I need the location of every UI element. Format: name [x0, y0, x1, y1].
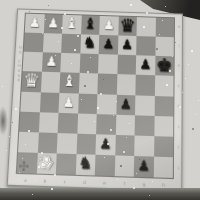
- bP-piece: ♟: [99, 34, 118, 54]
- sq-g7: [136, 36, 155, 56]
- sq-a7: [24, 33, 44, 53]
- sq-h7: [155, 37, 174, 57]
- wP-piece: ♟: [41, 51, 61, 71]
- sq-d4: [78, 93, 98, 114]
- file-label: a: [15, 177, 35, 184]
- sq-c7: [61, 34, 80, 54]
- sq-b2: [37, 132, 57, 153]
- wQ-piece: ♛: [22, 70, 42, 90]
- wP-piece: ♟: [99, 14, 118, 34]
- rank-label: 4: [175, 96, 181, 117]
- bP-piece: ♟: [117, 34, 136, 54]
- sq-e2: ♟: [95, 134, 115, 155]
- sq-c4: ♟: [59, 92, 79, 113]
- sq-b1: ♚: [36, 153, 56, 174]
- bN-piece: ♞: [75, 152, 95, 173]
- rank-label: 7: [176, 37, 182, 57]
- sq-f2: [115, 135, 135, 156]
- sq-f1: [114, 155, 134, 176]
- sq-h1: [153, 156, 173, 178]
- bQ-piece: ♛: [118, 15, 137, 35]
- sq-h4: [154, 95, 173, 116]
- wB-piece: ♝: [62, 13, 81, 33]
- sq-a6: [23, 52, 43, 72]
- sq-h2: [154, 136, 174, 157]
- sq-f5: [116, 74, 135, 94]
- sq-c3: [58, 112, 78, 133]
- sq-a2: [18, 132, 38, 153]
- sq-b5: [40, 72, 60, 92]
- sq-g5: [135, 75, 154, 95]
- board-grid: ♟♟♝♝♟♛♞♟♟♟♟♚♛♝♟♟♟♚♞♟: [16, 13, 175, 180]
- bN-piece: ♞: [80, 33, 99, 53]
- sq-h5: [154, 76, 173, 96]
- board-vinyl-border: US CHESS ♟♟♝♝♟♛♞♟♟♟♟♚♛♝♟♟♟♚♞♟ abcdefgh 8…: [7, 8, 183, 191]
- sq-d2: [76, 133, 96, 154]
- sq-b6: ♟: [41, 53, 61, 73]
- table-smudge: [0, 106, 8, 136]
- wB-piece: ♝: [59, 71, 79, 91]
- bP-piece: ♟: [134, 154, 154, 175]
- sq-g3: [135, 115, 155, 136]
- sq-c2: [57, 133, 77, 154]
- sq-e3: [96, 114, 116, 135]
- bP-piece: ♟: [116, 93, 136, 114]
- file-label: c: [55, 179, 75, 186]
- sq-e7: ♟: [99, 35, 118, 55]
- rank-label: 6: [176, 56, 182, 76]
- sq-g2: [134, 135, 154, 156]
- sq-c8: ♝: [62, 15, 81, 35]
- sq-a3: [19, 111, 39, 132]
- sq-g6: ♟: [136, 55, 155, 75]
- bP-piece: ♟: [136, 54, 155, 74]
- sq-h8: [155, 18, 174, 38]
- sq-d1: ♞: [75, 154, 95, 175]
- sq-h6: ♚: [155, 56, 174, 76]
- sq-g1: ♟: [134, 156, 154, 178]
- sq-c6: [60, 53, 80, 73]
- chess-board: US CHESS ♟♟♝♝♟♛♞♟♟♟♟♚♛♝♟♟♟♚♞♟ abcdefgh 8…: [7, 8, 183, 191]
- sq-f8: ♛: [118, 17, 137, 37]
- dark-table-edge: [0, 188, 200, 200]
- sq-c5: ♝: [59, 73, 79, 93]
- file-label: b: [35, 178, 55, 185]
- sq-b4: [39, 92, 59, 113]
- sq-a8: ♟: [25, 14, 45, 34]
- rank-label: 1: [175, 158, 181, 179]
- wP-piece: ♟: [43, 13, 62, 33]
- wP-piece: ♟: [59, 91, 79, 112]
- sq-f7: ♟: [117, 36, 136, 56]
- sq-g4: [135, 95, 154, 116]
- sq-e8: ♟: [99, 16, 118, 36]
- sq-a4: [20, 91, 40, 112]
- sq-e1: [95, 155, 115, 176]
- bK-piece: ♚: [155, 55, 174, 75]
- bP-piece: ♟: [95, 132, 115, 153]
- sq-g8: [137, 17, 156, 37]
- sq-d8: ♝: [81, 15, 100, 35]
- sq-d7: ♞: [80, 34, 99, 54]
- file-label: e: [94, 180, 114, 187]
- sq-f4: ♟: [116, 94, 136, 115]
- sq-d3: [77, 113, 97, 134]
- sq-e5: [97, 74, 117, 94]
- rank-label: 3: [175, 116, 181, 137]
- bB-piece: ♝: [81, 14, 100, 34]
- board-logo-icon: ✣: [18, 160, 29, 173]
- file-label: f: [114, 180, 134, 187]
- file-label: d: [75, 179, 95, 186]
- sq-b3: [38, 112, 58, 133]
- sq-f3: [115, 114, 135, 135]
- photo-background: US CHESS ♟♟♝♝♟♛♞♟♟♟♟♚♛♝♟♟♟♚♞♟ abcdefgh 8…: [0, 0, 200, 200]
- sq-h3: [154, 116, 173, 137]
- rank-labels: 87654321: [175, 17, 182, 179]
- sq-d6: [79, 54, 98, 74]
- sq-f6: [117, 55, 136, 75]
- wP-piece: ♟: [25, 12, 45, 32]
- rank-label: 2: [175, 137, 181, 158]
- sq-e4: [97, 94, 117, 115]
- sq-b7: [42, 33, 62, 53]
- rank-label: 5: [175, 76, 181, 96]
- sq-b8: ♟: [43, 14, 62, 34]
- sq-a5: ♛: [21, 71, 41, 91]
- sq-e6: [98, 54, 117, 74]
- rank-label: 8: [176, 17, 182, 37]
- sq-c1: [56, 153, 76, 174]
- sq-d5: [78, 73, 98, 93]
